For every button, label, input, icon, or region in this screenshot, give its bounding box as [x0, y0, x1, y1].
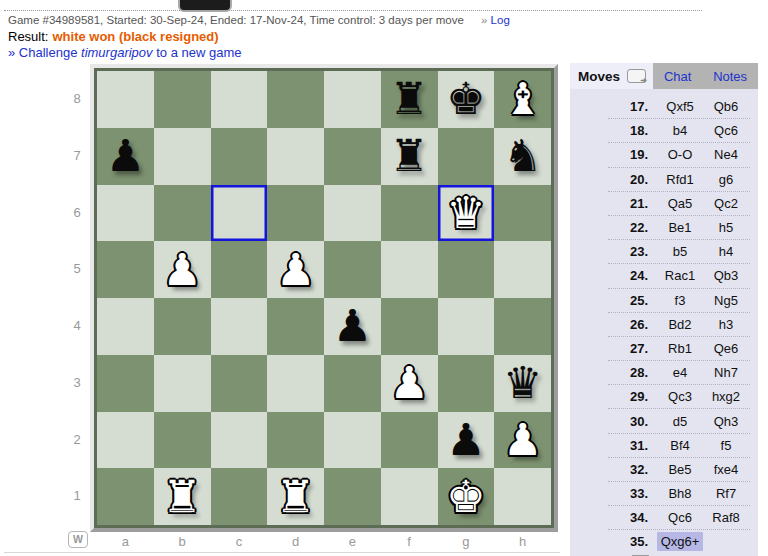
move-number: 21. — [608, 196, 656, 211]
file-labels: abcdefgh — [97, 534, 551, 549]
move-text: Rac1 — [665, 268, 695, 283]
square-f5 — [381, 241, 438, 298]
moves-panel: Moves Chat Notes 17.Qxf5Qb618.b4Qc619.O-… — [570, 63, 758, 556]
move-text: O-O — [668, 147, 693, 162]
white-move: b5 — [656, 244, 704, 259]
white-move: Qxf5 — [656, 99, 704, 114]
square-b5: ♟ — [154, 241, 211, 298]
square-c3 — [211, 355, 268, 412]
square-a7: ♟ — [97, 128, 154, 185]
square-f7: ♜ — [381, 128, 438, 185]
file-label: c — [211, 534, 268, 549]
square-b2 — [154, 412, 211, 469]
challenge-link[interactable]: Challenge timurgaripov to a new game — [19, 45, 242, 60]
move-number: 28. — [608, 365, 656, 380]
square-g7 — [438, 128, 495, 185]
white-move: Bd2 — [656, 317, 704, 332]
square-e4: ♟ — [324, 298, 381, 355]
black-queen: ♛ — [503, 361, 542, 405]
square-a8 — [97, 71, 154, 128]
black-move: fxe4 — [704, 462, 748, 477]
move-text: e4 — [673, 365, 687, 380]
square-c8 — [211, 71, 268, 128]
square-g4 — [438, 298, 495, 355]
move-text: d5 — [673, 414, 687, 429]
black-move: Ne4 — [704, 147, 748, 162]
white-side-indicator: W — [68, 531, 88, 548]
white-move: Rb1 — [656, 341, 704, 356]
result-label: Result: — [8, 29, 48, 44]
white-move: Qc3 — [656, 389, 704, 404]
white-move: b4 — [656, 123, 704, 138]
move-row: 25.f3Ng5 — [608, 289, 750, 313]
move-number: 18. — [608, 123, 656, 138]
square-c4 — [211, 298, 268, 355]
square-f8: ♜ — [381, 71, 438, 128]
move-text: Bh8 — [668, 486, 691, 501]
move-row: 32.Be5fxe4 — [608, 458, 750, 482]
white-bishop: ♝ — [503, 77, 542, 121]
white-move: Bh8 — [656, 486, 704, 501]
move-row: 31.Bf4f5 — [608, 434, 750, 458]
rank-label: 5 — [66, 241, 88, 298]
square-a1 — [97, 468, 154, 525]
rank-label: 1 — [66, 468, 88, 525]
move-number: 23. — [608, 244, 656, 259]
black-move: Qe6 — [704, 341, 748, 356]
move-text: Qa5 — [668, 196, 693, 211]
black-move: f5 — [704, 438, 748, 453]
black-move: hxg2 — [704, 389, 748, 404]
rank-label: 2 — [66, 412, 88, 469]
square-e8 — [324, 71, 381, 128]
challenge-arrow: » — [8, 45, 15, 60]
move-number: 20. — [608, 172, 656, 187]
rank-label: 7 — [66, 128, 88, 185]
square-a2 — [97, 412, 154, 469]
black-pawn: ♟ — [333, 304, 372, 348]
square-c6 — [211, 185, 268, 242]
black-move: Qb3 — [704, 268, 748, 283]
move-text: Qxf5 — [666, 99, 693, 114]
file-label: d — [267, 534, 324, 549]
challenge-line: » Challenge timurgaripov to a new game — [8, 45, 241, 60]
move-row: 24.Rac1Qb3 — [608, 264, 750, 288]
square-b4 — [154, 298, 211, 355]
black-move: h5 — [704, 220, 748, 235]
move-row: 20.Rfd1g6 — [608, 168, 750, 192]
square-h4 — [494, 298, 551, 355]
square-d6 — [267, 185, 324, 242]
move-number: 33. — [608, 486, 656, 501]
white-move: Qxg6+ — [656, 534, 704, 549]
move-number: 27. — [608, 341, 656, 356]
black-move: Ng5 — [704, 293, 748, 308]
move-text: f3 — [675, 293, 686, 308]
square-d3 — [267, 355, 324, 412]
black-move: Raf8 — [704, 510, 748, 525]
square-h5 — [494, 241, 551, 298]
move-row: 26.Bd2h3 — [608, 313, 750, 337]
square-f4 — [381, 298, 438, 355]
black-rook: ♜ — [389, 77, 428, 121]
black-move: g6 — [704, 172, 748, 187]
white-move: Qc6 — [656, 510, 704, 525]
white-move: d5 — [656, 414, 704, 429]
white-move: e4 — [656, 365, 704, 380]
black-pawn: ♟ — [106, 134, 145, 178]
move-number: 19. — [608, 147, 656, 162]
move-row: 34.Qc6Raf8 — [608, 506, 750, 530]
white-pawn: ♟ — [389, 361, 428, 405]
move-number: 31. — [608, 438, 656, 453]
square-c1 — [211, 468, 268, 525]
white-move: Rfd1 — [656, 172, 704, 187]
black-pawn: ♟ — [446, 418, 485, 462]
white-move: Qa5 — [656, 196, 704, 211]
black-move: h3 — [704, 317, 748, 332]
move-row: 27.Rb1Qe6 — [608, 337, 750, 361]
square-a3 — [97, 355, 154, 412]
move-number: 30. — [608, 414, 656, 429]
square-b1: ♜ — [154, 468, 211, 525]
move-text: Qc6 — [668, 510, 692, 525]
white-rook: ♜ — [276, 475, 315, 519]
dotted-divider — [4, 10, 702, 11]
square-h3: ♛ — [494, 355, 551, 412]
chess-board-frame: ♜♚♝♟♜♞♛♟♟♟♟♛♟♟♜♜♚ — [90, 64, 558, 532]
panel-tabbar: Moves Chat Notes — [570, 63, 758, 89]
black-move: Qh3 — [704, 414, 748, 429]
square-g3 — [438, 355, 495, 412]
move-number: 25. — [608, 293, 656, 308]
move-text: Bf4 — [670, 438, 690, 453]
square-a4 — [97, 298, 154, 355]
square-d4 — [267, 298, 324, 355]
file-label: b — [154, 534, 211, 549]
square-e3 — [324, 355, 381, 412]
square-d8 — [267, 71, 324, 128]
move-row: 33.Bh8Rf7 — [608, 482, 750, 506]
square-c7 — [211, 128, 268, 185]
move-number: 17. — [608, 99, 656, 114]
square-f2 — [381, 412, 438, 469]
game-info-line: Game #34989581, Started: 30-Sep-24, Ende… — [8, 14, 510, 26]
square-h7: ♞ — [494, 128, 551, 185]
square-e5 — [324, 241, 381, 298]
move-text: Qc3 — [668, 389, 692, 404]
black-move: Nh7 — [704, 365, 748, 380]
square-d2 — [267, 412, 324, 469]
white-pawn: ♟ — [276, 248, 315, 292]
square-e6 — [324, 185, 381, 242]
square-h6 — [494, 185, 551, 242]
move-row: 22.Be1h5 — [608, 216, 750, 240]
move-number: 34. — [608, 510, 656, 525]
white-rook: ♜ — [162, 475, 201, 519]
move-row: 28.e4Nh7 — [608, 361, 750, 385]
white-move: Bf4 — [656, 438, 704, 453]
square-d5: ♟ — [267, 241, 324, 298]
white-move: Rac1 — [656, 268, 704, 283]
move-text: b4 — [673, 123, 687, 138]
move-list: 17.Qxf5Qb618.b4Qc619.O-ONe420.Rfd1g621.Q… — [570, 89, 758, 554]
move-text: Be1 — [668, 220, 691, 235]
move-row: 19.O-ONe4 — [608, 143, 750, 167]
move-row: 18.b4Qc6 — [608, 119, 750, 143]
white-move: f3 — [656, 293, 704, 308]
file-label: g — [438, 534, 495, 549]
rank-label: 3 — [66, 355, 88, 412]
rank-label: 6 — [66, 185, 88, 242]
square-g1: ♚ — [438, 468, 495, 525]
file-label: a — [97, 534, 154, 549]
move-row: 29.Qc3hxg2 — [608, 385, 750, 409]
square-e1 — [324, 468, 381, 525]
move-number: 22. — [608, 220, 656, 235]
white-move: Be5 — [656, 462, 704, 477]
white-move: Be1 — [656, 220, 704, 235]
log-link[interactable]: Log — [491, 14, 510, 26]
move-number: 29. — [608, 389, 656, 404]
move-text: Rb1 — [668, 341, 692, 356]
square-g6: ♛ — [438, 185, 495, 242]
move-text: Qxg6+ — [657, 532, 704, 551]
square-g8: ♚ — [438, 71, 495, 128]
square-b3 — [154, 355, 211, 412]
result-line: Result:white won (black resigned) — [8, 29, 219, 44]
game-info-text: Game #34989581, Started: 30-Sep-24, Ende… — [8, 14, 464, 26]
move-row: 21.Qa5Qc2 — [608, 192, 750, 216]
square-f3: ♟ — [381, 355, 438, 412]
move-text: Be5 — [668, 462, 691, 477]
square-b7 — [154, 128, 211, 185]
square-b6 — [154, 185, 211, 242]
page: Game #34989581, Started: 30-Sep-24, Ende… — [0, 0, 768, 556]
black-move: h4 — [704, 244, 748, 259]
square-a5 — [97, 241, 154, 298]
square-b8 — [154, 71, 211, 128]
tab-moves[interactable]: Moves — [570, 63, 653, 89]
square-h2: ♟ — [494, 412, 551, 469]
opponent-name: timurgaripov — [81, 45, 153, 60]
white-queen: ♛ — [446, 191, 485, 235]
square-e2 — [324, 412, 381, 469]
move-row: 30.d5Qh3 — [608, 409, 750, 433]
move-number: 32. — [608, 462, 656, 477]
black-move: Qc2 — [704, 196, 748, 211]
square-h8: ♝ — [494, 71, 551, 128]
move-number: 26. — [608, 317, 656, 332]
black-move: Qb6 — [704, 99, 748, 114]
tab-notes[interactable]: Notes — [713, 69, 747, 84]
black-knight: ♞ — [503, 134, 542, 178]
square-g5 — [438, 241, 495, 298]
square-a6 — [97, 185, 154, 242]
chess-board: ♜♚♝♟♜♞♛♟♟♟♟♛♟♟♜♜♚ — [97, 71, 551, 525]
square-f1 — [381, 468, 438, 525]
black-move: Rf7 — [704, 486, 748, 501]
file-label: h — [494, 534, 551, 549]
move-number: 24. — [608, 268, 656, 283]
move-number: 35. — [608, 534, 656, 549]
export-moves-icon[interactable] — [627, 69, 646, 83]
white-move: O-O — [656, 147, 704, 162]
square-c2 — [211, 412, 268, 469]
black-move: Qc6 — [704, 123, 748, 138]
move-text: Bd2 — [668, 317, 691, 332]
rank-labels: 87654321 — [66, 71, 88, 525]
white-king: ♚ — [446, 475, 485, 519]
move-row: 17.Qxf5Qb6 — [608, 95, 750, 119]
rank-label: 4 — [66, 298, 88, 355]
square-f6 — [381, 185, 438, 242]
result-text: white won (black resigned) — [52, 29, 218, 44]
move-row: 23.b5h4 — [608, 240, 750, 264]
tab-group: Chat Notes — [653, 63, 758, 89]
move-text: Rfd1 — [666, 172, 693, 187]
rank-label: 8 — [66, 71, 88, 128]
square-c5 — [211, 241, 268, 298]
square-d1: ♜ — [267, 468, 324, 525]
white-pawn: ♟ — [162, 248, 201, 292]
square-g2: ♟ — [438, 412, 495, 469]
file-label: e — [324, 534, 381, 549]
move-text: b5 — [673, 244, 687, 259]
file-label: f — [381, 534, 438, 549]
black-king: ♚ — [446, 77, 485, 121]
square-e7 — [324, 128, 381, 185]
log-arrow: » — [481, 14, 487, 26]
square-d7 — [267, 128, 324, 185]
square-h1 — [494, 468, 551, 525]
bottom-divider — [4, 552, 560, 553]
white-pawn: ♟ — [503, 418, 542, 462]
black-rook: ♜ — [389, 134, 428, 178]
move-row: 35.Qxg6+ — [608, 530, 750, 553]
tab-chat[interactable]: Chat — [664, 69, 691, 84]
